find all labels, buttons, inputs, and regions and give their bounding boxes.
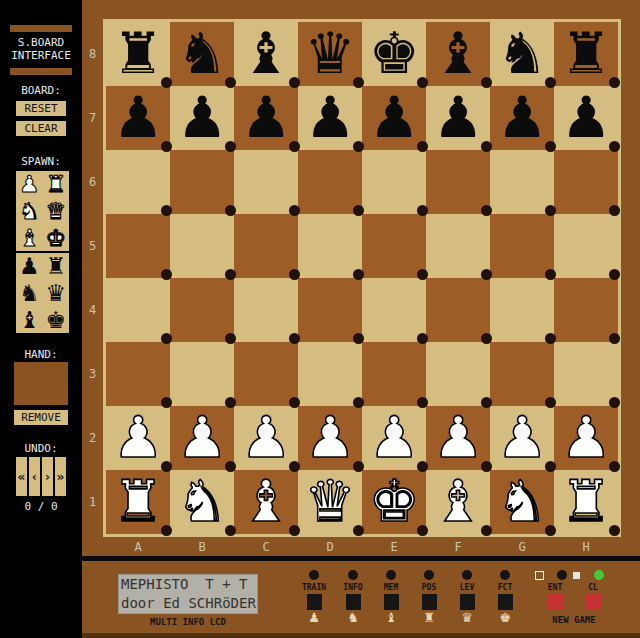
sensor-dot [417, 525, 428, 536]
divider-bar [10, 25, 72, 32]
square-b1[interactable]: ♞ [170, 470, 234, 534]
sensor-dot [353, 461, 364, 472]
sensor-dot [225, 141, 236, 152]
square-b4[interactable] [170, 278, 234, 342]
sensor-dot [417, 333, 428, 344]
square-h8[interactable]: ♜ [554, 22, 618, 86]
square-a3[interactable] [106, 342, 170, 406]
square-e5[interactable] [362, 214, 426, 278]
lev-label: LEV [447, 583, 487, 592]
queen-symbol-icon: ♛ [447, 611, 487, 625]
sensor-dot [481, 333, 492, 344]
black-bishop-icon: ♝ [19, 307, 40, 333]
spawn-black-pawn[interactable]: ♟ [16, 253, 43, 280]
square-g7[interactable]: ♟ [490, 86, 554, 150]
black-queen-icon: ♛ [45, 280, 66, 306]
spawn-section-label: SPAWN: [0, 155, 82, 168]
white-pawn: ♟ [362, 406, 426, 470]
square-g3[interactable] [490, 342, 554, 406]
spawn-black-king[interactable]: ♚ [43, 306, 70, 333]
square-a2[interactable]: ♟ [106, 406, 170, 470]
spawn-black-rook[interactable]: ♜ [43, 253, 70, 280]
new-game-label: NEW GAME [532, 615, 616, 625]
hand-display-box [14, 362, 68, 405]
square-c4[interactable] [234, 278, 298, 342]
reset-button[interactable]: RESET [16, 101, 66, 116]
sensor-dot [289, 397, 300, 408]
white-pawn: ♟ [490, 406, 554, 470]
cl-button[interactable] [586, 594, 601, 610]
square-h2[interactable]: ♟ [554, 406, 618, 470]
spawn-black-bishop[interactable]: ♝ [16, 306, 43, 333]
fct-control: FCT♚ [485, 570, 525, 632]
rank-label-1: 1 [82, 470, 103, 534]
square-g2[interactable]: ♟ [490, 406, 554, 470]
white-pawn: ♟ [234, 406, 298, 470]
spawn-white-pawn[interactable]: ♟ [16, 171, 43, 198]
ent-button[interactable] [548, 594, 563, 610]
square-h6[interactable] [554, 150, 618, 214]
sensor-dot [481, 461, 492, 472]
black-king: ♚ [362, 22, 426, 86]
sensor-dot [161, 397, 172, 408]
white-bishop-icon: ♝ [19, 225, 40, 251]
undo-first-button[interactable]: « [16, 457, 27, 496]
square-d3[interactable] [298, 342, 362, 406]
square-g6[interactable] [490, 150, 554, 214]
train-led [309, 570, 319, 580]
square-h5[interactable] [554, 214, 618, 278]
square-b7[interactable]: ♟ [170, 86, 234, 150]
remove-button[interactable]: REMOVE [14, 410, 68, 425]
mephisto-chess-interface: S.BOARD INTERFACE BOARD: RESET CLEAR SPA… [0, 0, 640, 638]
rank-label-2: 2 [82, 406, 103, 470]
bottom-strip [82, 633, 640, 638]
square-d1[interactable]: ♛ [298, 470, 362, 534]
black-pawn-icon: ♟ [19, 253, 40, 279]
ent-led [557, 570, 567, 580]
spawn-palette-black: ♟♜♞♛♝♚ [16, 253, 69, 333]
white-pawn: ♟ [426, 406, 490, 470]
white-pawn-icon: ♟ [19, 171, 40, 197]
spawn-white-bishop[interactable]: ♝ [16, 224, 43, 251]
pos-button[interactable] [422, 594, 437, 610]
file-labels: ABCDEFGH [106, 539, 618, 555]
sensor-dot [545, 333, 556, 344]
lcd-line2: door Ed SCHRöDER [121, 595, 256, 611]
sensor-dot [481, 269, 492, 280]
info-label: INFO [333, 583, 373, 592]
cl-led [594, 570, 604, 580]
lev-led [462, 570, 472, 580]
bishop-symbol-icon: ♝ [371, 611, 411, 625]
sensor-dot [353, 397, 364, 408]
sensor-dot [481, 205, 492, 216]
square-e1[interactable]: ♚ [362, 470, 426, 534]
sensor-dot [353, 525, 364, 536]
square-e4[interactable] [362, 278, 426, 342]
sensor-dot [545, 525, 556, 536]
sensor-dot [609, 77, 620, 88]
black-knight: ♞ [170, 22, 234, 86]
sensor-dot [609, 269, 620, 280]
sensor-dot [353, 77, 364, 88]
sensor-dot [353, 333, 364, 344]
info-led [348, 570, 358, 580]
rank-label-4: 4 [82, 278, 103, 342]
sensor-dot [289, 333, 300, 344]
spawn-white-knight[interactable]: ♞ [16, 198, 43, 225]
sensor-dot [353, 141, 364, 152]
sensor-dot [225, 205, 236, 216]
square-c2[interactable]: ♟ [234, 406, 298, 470]
black-rook-icon: ♜ [45, 253, 66, 279]
rank-label-5: 5 [82, 214, 103, 278]
sensor-dot [481, 141, 492, 152]
mem-button[interactable] [384, 594, 399, 610]
sensor-dot [481, 77, 492, 88]
white-pawn: ♟ [106, 406, 170, 470]
undo-next-button[interactable]: › [42, 457, 53, 496]
rank-label-3: 3 [82, 342, 103, 406]
black-pawn: ♟ [554, 86, 618, 150]
square-a5[interactable] [106, 214, 170, 278]
square-e6[interactable] [362, 150, 426, 214]
file-label-e: E [362, 539, 426, 555]
sensor-dot [481, 397, 492, 408]
square-g4[interactable] [490, 278, 554, 342]
sensor-dot [609, 397, 620, 408]
rank-label-6: 6 [82, 150, 103, 214]
rank-labels: 87654321 [82, 22, 103, 534]
spawn-palette-white: ♟♜♞♛♝♚ [16, 171, 69, 251]
white-rook: ♜ [106, 470, 170, 534]
ent-square-indicator [535, 571, 544, 580]
lev-control: LEV♛ [447, 570, 487, 632]
sensor-dot [225, 77, 236, 88]
white-rook: ♜ [554, 470, 618, 534]
square-f2[interactable]: ♟ [426, 406, 490, 470]
sensor-dot [225, 461, 236, 472]
square-b2[interactable]: ♟ [170, 406, 234, 470]
hand-section-label: HAND: [0, 348, 82, 361]
spawn-black-knight[interactable]: ♞ [16, 280, 43, 307]
black-bishop: ♝ [426, 22, 490, 86]
sensor-dot [609, 461, 620, 472]
square-h4[interactable] [554, 278, 618, 342]
lcd-display: MEPHISTO T + T door Ed SCHRöDER [118, 574, 258, 614]
sensor-dot [161, 141, 172, 152]
sensor-dot [225, 269, 236, 280]
black-knight: ♞ [490, 22, 554, 86]
square-c8[interactable]: ♝ [234, 22, 298, 86]
sensor-dot [353, 205, 364, 216]
sensor-dot [161, 205, 172, 216]
rook-symbol-icon: ♜ [409, 611, 449, 625]
lev-button[interactable] [460, 594, 475, 610]
file-label-b: B [170, 539, 234, 555]
square-c7[interactable]: ♟ [234, 86, 298, 150]
square-g1[interactable]: ♞ [490, 470, 554, 534]
square-f6[interactable] [426, 150, 490, 214]
train-control: TRAIN♟ [294, 570, 334, 632]
sensor-dot [225, 333, 236, 344]
train-button[interactable] [307, 594, 322, 610]
square-b6[interactable] [170, 150, 234, 214]
clear-button[interactable]: CLEAR [16, 121, 66, 136]
sensor-dot [417, 205, 428, 216]
spawn-white-rook[interactable]: ♜ [43, 171, 70, 198]
square-g5[interactable] [490, 214, 554, 278]
panel-separator [82, 556, 640, 561]
sensor-dot [417, 141, 428, 152]
square-b8[interactable]: ♞ [170, 22, 234, 86]
undo-section-label: UNDO: [0, 442, 82, 455]
undo-last-button[interactable]: » [55, 457, 66, 496]
sensor-dot [545, 397, 556, 408]
square-g8[interactable]: ♞ [490, 22, 554, 86]
white-king: ♚ [362, 470, 426, 534]
sensor-dot [417, 461, 428, 472]
sensor-dot [289, 269, 300, 280]
sensor-dot [161, 269, 172, 280]
mem-label: MEM [371, 583, 411, 592]
white-knight: ♞ [490, 470, 554, 534]
square-e2[interactable]: ♟ [362, 406, 426, 470]
sensor-dot [417, 77, 428, 88]
square-b3[interactable] [170, 342, 234, 406]
square-c3[interactable] [234, 342, 298, 406]
square-c5[interactable] [234, 214, 298, 278]
knight-symbol-icon: ♞ [333, 611, 373, 625]
sensor-dot [545, 141, 556, 152]
black-bishop: ♝ [234, 22, 298, 86]
pawn-symbol-icon: ♟ [294, 611, 334, 625]
square-a8[interactable]: ♜ [106, 22, 170, 86]
pos-control: POS♜ [409, 570, 449, 632]
black-rook: ♜ [554, 22, 618, 86]
square-d2[interactable]: ♟ [298, 406, 362, 470]
sensor-dot [225, 397, 236, 408]
app-title-line1: S.BOARD [0, 36, 82, 49]
app-title-line2: INTERFACE [0, 49, 82, 62]
white-pawn: ♟ [170, 406, 234, 470]
square-a4[interactable] [106, 278, 170, 342]
spawn-white-queen[interactable]: ♛ [43, 198, 70, 225]
square-c6[interactable] [234, 150, 298, 214]
file-label-a: A [106, 539, 170, 555]
black-pawn: ♟ [234, 86, 298, 150]
mem-control: MEM♝ [371, 570, 411, 632]
white-pawn: ♟ [298, 406, 362, 470]
info-button[interactable] [346, 594, 361, 610]
file-label-d: D [298, 539, 362, 555]
square-f8[interactable]: ♝ [426, 22, 490, 86]
square-d6[interactable] [298, 150, 362, 214]
black-pawn: ♟ [106, 86, 170, 150]
sensor-dot [545, 205, 556, 216]
chess-board: ♜♞♝♛♚♝♞♜♟♟♟♟♟♟♟♟♟♟♟♟♟♟♟♟♜♞♝♛♚♝♞♜ [106, 22, 618, 534]
sensor-dot [545, 77, 556, 88]
cl-square-indicator [573, 572, 580, 579]
square-h7[interactable]: ♟ [554, 86, 618, 150]
sensor-dot [545, 269, 556, 280]
white-queen-icon: ♛ [45, 198, 66, 224]
square-a1[interactable]: ♜ [106, 470, 170, 534]
pos-led [424, 570, 434, 580]
white-rook-icon: ♜ [45, 171, 66, 197]
sensor-dot [417, 269, 428, 280]
black-pawn: ♟ [426, 86, 490, 150]
ent-label: ENT [535, 583, 575, 592]
square-h1[interactable]: ♜ [554, 470, 618, 534]
undo-controls: «‹›» [16, 457, 66, 496]
file-label-g: G [490, 539, 554, 555]
sensor-dot [289, 205, 300, 216]
divider-bar [10, 68, 72, 75]
lcd-caption: MULTI INFO LCD [118, 617, 258, 627]
rank-label-7: 7 [82, 86, 103, 150]
black-queen: ♛ [298, 22, 362, 86]
square-d8[interactable]: ♛ [298, 22, 362, 86]
square-h3[interactable] [554, 342, 618, 406]
sensor-dot [481, 525, 492, 536]
file-label-h: H [554, 539, 618, 555]
square-f7[interactable]: ♟ [426, 86, 490, 150]
sidebar: S.BOARD INTERFACE BOARD: RESET CLEAR SPA… [0, 0, 82, 638]
white-bishop: ♝ [234, 470, 298, 534]
white-bishop: ♝ [426, 470, 490, 534]
king-symbol-icon: ♚ [485, 611, 525, 625]
sensor-dot [289, 141, 300, 152]
fct-button[interactable] [498, 594, 513, 610]
square-c1[interactable]: ♝ [234, 470, 298, 534]
black-rook: ♜ [106, 22, 170, 86]
black-pawn: ♟ [170, 86, 234, 150]
black-knight-icon: ♞ [19, 280, 40, 306]
black-pawn: ♟ [362, 86, 426, 150]
square-d4[interactable] [298, 278, 362, 342]
square-f4[interactable] [426, 278, 490, 342]
mem-led [386, 570, 396, 580]
sensor-dot [289, 525, 300, 536]
fct-label: FCT [485, 583, 525, 592]
pos-label: POS [409, 583, 449, 592]
fct-led [500, 570, 510, 580]
spawn-white-king[interactable]: ♚ [43, 224, 70, 251]
sensor-dot [609, 141, 620, 152]
square-f1[interactable]: ♝ [426, 470, 490, 534]
file-label-f: F [426, 539, 490, 555]
white-knight-icon: ♞ [19, 198, 40, 224]
square-e8[interactable]: ♚ [362, 22, 426, 86]
sensor-dot [289, 461, 300, 472]
white-queen: ♛ [298, 470, 362, 534]
square-b5[interactable] [170, 214, 234, 278]
spawn-black-queen[interactable]: ♛ [43, 280, 70, 307]
train-label: TRAIN [294, 583, 334, 592]
cl-label: CL [573, 583, 613, 592]
file-label-c: C [234, 539, 298, 555]
undo-counter: 0 / 0 [0, 500, 82, 513]
black-pawn: ♟ [490, 86, 554, 150]
lcd-line1: MEPHISTO T + T [121, 576, 247, 592]
square-f3[interactable] [426, 342, 490, 406]
undo-prev-button[interactable]: ‹ [29, 457, 40, 496]
sensor-dot [417, 397, 428, 408]
rank-label-8: 8 [82, 22, 103, 86]
square-d7[interactable]: ♟ [298, 86, 362, 150]
white-pawn: ♟ [554, 406, 618, 470]
sensor-dot [161, 77, 172, 88]
black-pawn: ♟ [298, 86, 362, 150]
white-knight: ♞ [170, 470, 234, 534]
info-control: INFO♞ [333, 570, 373, 632]
square-a7[interactable]: ♟ [106, 86, 170, 150]
sensor-dot [545, 461, 556, 472]
white-king-icon: ♚ [45, 225, 66, 251]
sensor-dot [225, 525, 236, 536]
square-f5[interactable] [426, 214, 490, 278]
sensor-dot [161, 525, 172, 536]
sensor-dot [289, 77, 300, 88]
sensor-dot [353, 269, 364, 280]
sensor-dot [609, 333, 620, 344]
board-section-label: BOARD: [0, 84, 82, 97]
square-d5[interactable] [298, 214, 362, 278]
sensor-dot [609, 525, 620, 536]
black-king-icon: ♚ [45, 307, 66, 333]
square-a6[interactable] [106, 150, 170, 214]
sensor-dot [609, 205, 620, 216]
sensor-dot [161, 333, 172, 344]
sensor-dot [161, 461, 172, 472]
board-frame: ♜♞♝♛♚♝♞♜♟♟♟♟♟♟♟♟♟♟♟♟♟♟♟♟♜♞♝♛♚♝♞♜ [103, 19, 621, 537]
square-e3[interactable] [362, 342, 426, 406]
square-e7[interactable]: ♟ [362, 86, 426, 150]
